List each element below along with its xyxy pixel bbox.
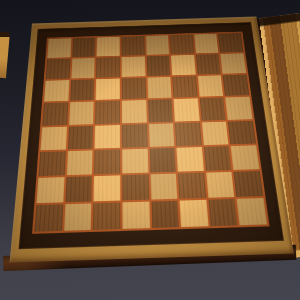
square-e1 bbox=[151, 201, 179, 228]
square-h5 bbox=[226, 97, 253, 119]
square-g6 bbox=[198, 75, 224, 96]
square-f1 bbox=[180, 200, 209, 227]
square-e2 bbox=[150, 173, 177, 199]
square-a3 bbox=[39, 151, 66, 176]
square-g1 bbox=[208, 199, 237, 226]
square-b3 bbox=[66, 150, 92, 175]
square-d3 bbox=[122, 148, 148, 173]
chess-board-box bbox=[10, 16, 294, 262]
square-h8 bbox=[218, 33, 243, 53]
square-g4 bbox=[202, 121, 229, 145]
square-d5 bbox=[122, 100, 147, 123]
square-a5 bbox=[42, 103, 68, 126]
square-g8 bbox=[194, 34, 219, 54]
square-e6 bbox=[147, 77, 172, 98]
square-f2 bbox=[178, 172, 206, 198]
square-b6 bbox=[70, 79, 94, 101]
square-a1 bbox=[34, 204, 62, 232]
square-d1 bbox=[122, 201, 149, 228]
square-a8 bbox=[47, 38, 71, 58]
square-h4 bbox=[228, 120, 256, 144]
square-f5 bbox=[174, 99, 200, 121]
square-h1 bbox=[237, 198, 267, 225]
square-h7 bbox=[221, 53, 247, 73]
square-g3 bbox=[204, 146, 232, 171]
square-b4 bbox=[68, 125, 94, 149]
square-d8 bbox=[121, 36, 144, 56]
square-a2 bbox=[37, 177, 65, 203]
photo-background bbox=[0, 0, 300, 300]
square-f6 bbox=[172, 76, 197, 97]
square-a7 bbox=[46, 59, 70, 80]
square-d2 bbox=[122, 174, 149, 200]
square-e8 bbox=[146, 35, 170, 55]
square-d6 bbox=[122, 78, 146, 100]
square-d7 bbox=[121, 57, 145, 78]
square-b2 bbox=[65, 176, 92, 202]
square-c3 bbox=[94, 149, 120, 174]
square-b5 bbox=[69, 102, 94, 125]
square-g7 bbox=[196, 54, 221, 75]
square-b8 bbox=[72, 38, 95, 58]
square-c8 bbox=[97, 37, 120, 57]
square-c2 bbox=[94, 175, 120, 201]
left-storage-tray bbox=[0, 31, 10, 78]
square-e5 bbox=[148, 99, 173, 122]
square-a6 bbox=[44, 80, 69, 102]
square-c7 bbox=[96, 57, 119, 78]
square-c6 bbox=[96, 79, 120, 101]
square-f4 bbox=[175, 122, 201, 146]
square-f3 bbox=[176, 147, 203, 172]
square-h6 bbox=[223, 75, 249, 96]
square-f7 bbox=[171, 55, 196, 76]
chess-board-grid bbox=[32, 32, 270, 234]
square-g5 bbox=[200, 98, 226, 120]
square-d4 bbox=[122, 124, 147, 148]
square-e4 bbox=[148, 123, 174, 147]
square-c4 bbox=[95, 125, 120, 149]
square-b1 bbox=[64, 203, 92, 230]
square-c1 bbox=[93, 202, 120, 229]
square-f8 bbox=[170, 35, 194, 55]
square-h2 bbox=[234, 171, 263, 197]
square-e3 bbox=[149, 148, 176, 173]
square-h3 bbox=[231, 145, 259, 170]
square-a4 bbox=[40, 126, 66, 150]
square-g2 bbox=[206, 172, 235, 198]
square-b7 bbox=[71, 58, 95, 79]
square-c5 bbox=[95, 101, 120, 124]
square-e7 bbox=[146, 56, 170, 77]
